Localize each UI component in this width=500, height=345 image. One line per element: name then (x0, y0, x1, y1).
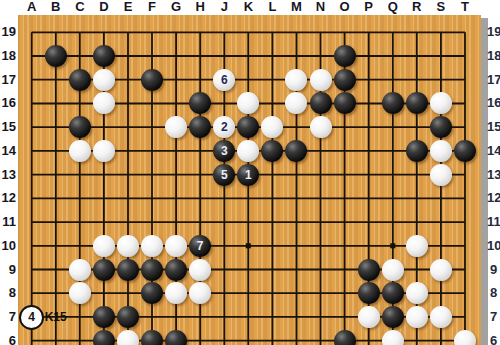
row-label-right-10: 10 (487, 239, 500, 253)
go-stone-black-E9 (117, 259, 139, 281)
col-label-B: B (51, 0, 60, 14)
row-label-left-12: 12 (0, 191, 16, 205)
star-point (246, 243, 251, 248)
go-stone-black-J13: 5 (213, 164, 235, 186)
go-stone-white-E10 (117, 235, 139, 257)
row-label-left-9: 9 (0, 263, 16, 277)
col-label-H: H (195, 0, 204, 14)
go-client-window: ABCDEFGHJKLMNOPQRST191918181717161615151… (0, 0, 500, 345)
go-stone-white-N15 (310, 116, 332, 138)
go-stone-black-O18 (334, 45, 356, 67)
row-label-right-19: 19 (487, 25, 500, 39)
go-stone-black-G9 (165, 259, 187, 281)
go-stone-white-D17 (93, 69, 115, 91)
go-stone-white-S13 (430, 164, 452, 186)
row-label-left-11: 11 (0, 215, 16, 229)
go-stone-black-S15 (430, 116, 452, 138)
row-label-left-13: 13 (0, 168, 16, 182)
move-4-legend-number: 4 (28, 310, 35, 324)
col-label-F: F (148, 0, 156, 14)
go-stone-white-C8 (69, 282, 91, 304)
go-stone-black-O16 (334, 92, 356, 114)
col-label-L: L (268, 0, 276, 14)
row-label-right-9: 9 (487, 263, 500, 277)
go-stone-black-K13: 1 (237, 164, 259, 186)
go-stone-white-R10 (406, 235, 428, 257)
col-label-P: P (364, 0, 373, 14)
go-stone-black-R14 (406, 140, 428, 162)
move-number-7: 7 (197, 240, 204, 252)
go-stone-white-N17 (310, 69, 332, 91)
row-label-left-19: 19 (0, 25, 16, 39)
row-label-right-8: 8 (487, 286, 500, 300)
move-number-6: 6 (221, 74, 228, 86)
go-stone-black-Q7 (382, 306, 404, 328)
row-label-right-12: 12 (487, 191, 500, 205)
row-label-left-18: 18 (0, 49, 16, 63)
col-label-N: N (316, 0, 325, 14)
move-4-legend-text: K15 (45, 311, 67, 323)
go-stone-white-F10 (141, 235, 163, 257)
go-stone-white-Q6 (382, 330, 404, 345)
go-stone-black-F17 (141, 69, 163, 91)
go-stone-white-R8 (406, 282, 428, 304)
row-label-left-10: 10 (0, 239, 16, 253)
col-label-C: C (75, 0, 84, 14)
col-label-A: A (27, 0, 36, 14)
col-label-O: O (340, 0, 350, 14)
go-stone-white-R7 (406, 306, 428, 328)
go-stone-black-O17 (334, 69, 356, 91)
go-stone-white-S7 (430, 306, 452, 328)
go-stone-white-P7 (358, 306, 380, 328)
col-label-G: G (171, 0, 181, 14)
row-label-right-17: 17 (487, 73, 500, 87)
go-stone-white-G10 (165, 235, 187, 257)
move-number-5: 5 (221, 169, 228, 181)
row-label-left-17: 17 (0, 73, 16, 87)
move-number-2: 2 (221, 121, 228, 133)
go-stone-black-B18 (45, 45, 67, 67)
go-stone-black-D9 (93, 259, 115, 281)
row-label-right-16: 16 (487, 96, 500, 110)
row-label-left-14: 14 (0, 144, 16, 158)
go-stone-white-Q9 (382, 259, 404, 281)
go-stone-black-O6 (334, 330, 356, 345)
row-label-left-16: 16 (0, 96, 16, 110)
move-number-1: 1 (245, 169, 252, 181)
col-label-J: J (221, 0, 228, 14)
go-stone-black-H10: 7 (189, 235, 211, 257)
go-stone-black-E7 (117, 306, 139, 328)
go-stone-black-D18 (93, 45, 115, 67)
col-label-K: K (244, 0, 253, 14)
row-label-right-18: 18 (487, 49, 500, 63)
move-number-3: 3 (221, 145, 228, 157)
row-label-right-7: 7 (487, 310, 500, 324)
go-stone-black-T14 (454, 140, 476, 162)
go-stone-white-D10 (93, 235, 115, 257)
go-stone-white-C9 (69, 259, 91, 281)
col-label-T: T (461, 0, 469, 14)
go-stone-white-C14 (69, 140, 91, 162)
move-4-legend-stone: 4 (19, 305, 44, 330)
row-label-left-8: 8 (0, 286, 16, 300)
row-label-right-6: 6 (487, 334, 500, 345)
col-label-M: M (291, 0, 302, 14)
go-stone-black-F9 (141, 259, 163, 281)
row-label-left-6: 6 (0, 334, 16, 345)
col-label-Q: Q (388, 0, 398, 14)
go-stone-white-D14 (93, 140, 115, 162)
row-label-left-7: 7 (0, 310, 16, 324)
row-label-right-15: 15 (487, 120, 500, 134)
col-label-R: R (412, 0, 421, 14)
col-label-S: S (437, 0, 446, 14)
go-stone-black-N16 (310, 92, 332, 114)
row-label-left-15: 15 (0, 120, 16, 134)
go-stone-black-D7 (93, 306, 115, 328)
go-stone-white-S9 (430, 259, 452, 281)
go-stone-white-S14 (430, 140, 452, 162)
go-stone-black-C15 (69, 116, 91, 138)
go-stone-black-Q8 (382, 282, 404, 304)
go-stone-black-J14: 3 (213, 140, 235, 162)
row-label-right-13: 13 (487, 168, 500, 182)
col-label-D: D (99, 0, 108, 14)
row-label-right-14: 14 (487, 144, 500, 158)
go-stone-black-C17 (69, 69, 91, 91)
row-label-right-11: 11 (487, 215, 500, 229)
go-stone-black-P8 (358, 282, 380, 304)
go-stone-white-H9 (189, 259, 211, 281)
go-stone-black-P9 (358, 259, 380, 281)
star-point (390, 243, 395, 248)
col-label-E: E (124, 0, 133, 14)
go-stone-white-J17: 6 (213, 69, 235, 91)
